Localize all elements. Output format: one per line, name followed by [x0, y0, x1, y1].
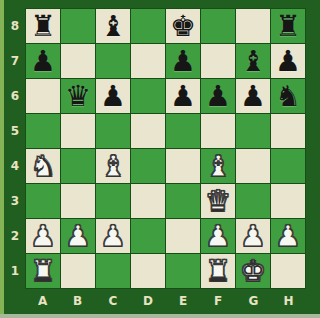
- square-b8[interactable]: [61, 9, 95, 43]
- square-e2[interactable]: [166, 219, 200, 253]
- square-c7[interactable]: [96, 44, 130, 78]
- square-f7[interactable]: [201, 44, 235, 78]
- square-g4[interactable]: [236, 149, 270, 183]
- square-e7[interactable]: ♟: [166, 44, 200, 78]
- square-e6[interactable]: ♟: [166, 79, 200, 113]
- square-b6[interactable]: ♛: [61, 79, 95, 113]
- piece-black-pawn[interactable]: ♟: [236, 79, 270, 113]
- square-d6[interactable]: [131, 79, 165, 113]
- square-a7[interactable]: ♟: [26, 44, 60, 78]
- rank-labels: 87654321: [0, 8, 25, 289]
- piece-white-pawn[interactable]: ♟: [96, 219, 130, 253]
- square-g2[interactable]: ♟: [236, 219, 270, 253]
- square-d5[interactable]: [131, 114, 165, 148]
- square-b3[interactable]: [61, 184, 95, 218]
- file-labels: ABCDEFGH: [25, 289, 306, 313]
- piece-white-pawn[interactable]: ♟: [271, 219, 305, 253]
- square-f1[interactable]: ♜: [201, 254, 235, 288]
- square-f8[interactable]: [201, 9, 235, 43]
- rank-label-7: 7: [0, 43, 25, 78]
- square-c3[interactable]: [96, 184, 130, 218]
- file-label-c: C: [95, 289, 130, 313]
- rank-label-4: 4: [0, 149, 25, 184]
- piece-black-pawn[interactable]: ♟: [166, 79, 200, 113]
- rank-label-8: 8: [0, 8, 25, 43]
- rank-label-5: 5: [0, 113, 25, 148]
- piece-black-queen[interactable]: ♛: [61, 79, 95, 113]
- square-h3[interactable]: [271, 184, 305, 218]
- square-d2[interactable]: [131, 219, 165, 253]
- square-c8[interactable]: ♝: [96, 9, 130, 43]
- square-h7[interactable]: ♟: [271, 44, 305, 78]
- square-g3[interactable]: [236, 184, 270, 218]
- file-label-b: B: [60, 289, 95, 313]
- square-c6[interactable]: ♟: [96, 79, 130, 113]
- file-label-f: F: [201, 289, 236, 313]
- square-g7[interactable]: ♝: [236, 44, 270, 78]
- square-d1[interactable]: [131, 254, 165, 288]
- square-e5[interactable]: [166, 114, 200, 148]
- square-h8[interactable]: ♜: [271, 9, 305, 43]
- square-d8[interactable]: [131, 9, 165, 43]
- square-h6[interactable]: ♞: [271, 79, 305, 113]
- square-a8[interactable]: ♜: [26, 9, 60, 43]
- piece-black-pawn[interactable]: ♟: [166, 44, 200, 78]
- square-h2[interactable]: ♟: [271, 219, 305, 253]
- square-a5[interactable]: [26, 114, 60, 148]
- piece-black-bishop[interactable]: ♝: [96, 9, 130, 43]
- square-g6[interactable]: ♟: [236, 79, 270, 113]
- square-h4[interactable]: [271, 149, 305, 183]
- square-b2[interactable]: ♟: [61, 219, 95, 253]
- square-d3[interactable]: [131, 184, 165, 218]
- piece-white-pawn[interactable]: ♟: [61, 219, 95, 253]
- piece-black-knight[interactable]: ♞: [271, 79, 305, 113]
- file-label-e: E: [166, 289, 201, 313]
- file-label-d: D: [130, 289, 165, 313]
- piece-black-pawn[interactable]: ♟: [96, 79, 130, 113]
- square-c1[interactable]: [96, 254, 130, 288]
- square-a3[interactable]: [26, 184, 60, 218]
- square-a2[interactable]: ♟: [26, 219, 60, 253]
- piece-black-pawn[interactable]: ♟: [271, 44, 305, 78]
- square-b1[interactable]: [61, 254, 95, 288]
- square-g5[interactable]: [236, 114, 270, 148]
- piece-black-pawn[interactable]: ♟: [26, 44, 60, 78]
- piece-white-queen[interactable]: ♛: [201, 184, 235, 218]
- square-e1[interactable]: [166, 254, 200, 288]
- piece-black-pawn[interactable]: ♟: [201, 79, 235, 113]
- square-d4[interactable]: [131, 149, 165, 183]
- square-f5[interactable]: [201, 114, 235, 148]
- square-g1[interactable]: ♚: [236, 254, 270, 288]
- board-frame: 87654321 ♜♝♚♜♟♟♝♟♛♟♟♟♟♞♞♝♝♛♟♟♟♟♟♟♜♜♚ ABC…: [0, 0, 320, 318]
- square-a6[interactable]: [26, 79, 60, 113]
- piece-black-rook[interactable]: ♜: [26, 9, 60, 43]
- square-f3[interactable]: ♛: [201, 184, 235, 218]
- square-d7[interactable]: [131, 44, 165, 78]
- piece-black-king[interactable]: ♚: [166, 9, 200, 43]
- square-h1[interactable]: [271, 254, 305, 288]
- square-g8[interactable]: [236, 9, 270, 43]
- piece-white-pawn[interactable]: ♟: [26, 219, 60, 253]
- square-c5[interactable]: [96, 114, 130, 148]
- square-h5[interactable]: [271, 114, 305, 148]
- piece-white-bishop[interactable]: ♝: [96, 149, 130, 183]
- piece-white-pawn[interactable]: ♟: [236, 219, 270, 253]
- piece-black-rook[interactable]: ♜: [271, 9, 305, 43]
- rank-label-6: 6: [0, 78, 25, 113]
- piece-black-bishop[interactable]: ♝: [236, 44, 270, 78]
- square-b4[interactable]: [61, 149, 95, 183]
- rank-label-1: 1: [0, 254, 25, 289]
- square-f4[interactable]: ♝: [201, 149, 235, 183]
- square-f2[interactable]: ♟: [201, 219, 235, 253]
- square-e8[interactable]: ♚: [166, 9, 200, 43]
- piece-white-pawn[interactable]: ♟: [201, 219, 235, 253]
- piece-white-knight[interactable]: ♞: [26, 149, 60, 183]
- square-b5[interactable]: [61, 114, 95, 148]
- square-f6[interactable]: ♟: [201, 79, 235, 113]
- square-e4[interactable]: [166, 149, 200, 183]
- piece-white-rook[interactable]: ♜: [201, 254, 235, 288]
- square-a1[interactable]: ♜: [26, 254, 60, 288]
- file-label-a: A: [25, 289, 60, 313]
- file-label-g: G: [236, 289, 271, 313]
- chess-board[interactable]: ♜♝♚♜♟♟♝♟♛♟♟♟♟♞♞♝♝♛♟♟♟♟♟♟♜♜♚: [25, 8, 306, 289]
- piece-white-bishop[interactable]: ♝: [201, 149, 235, 183]
- piece-white-rook[interactable]: ♜: [26, 254, 60, 288]
- rank-label-2: 2: [0, 219, 25, 254]
- piece-white-king[interactable]: ♚: [236, 254, 270, 288]
- square-a4[interactable]: ♞: [26, 149, 60, 183]
- square-e3[interactable]: [166, 184, 200, 218]
- square-c2[interactable]: ♟: [96, 219, 130, 253]
- square-c4[interactable]: ♝: [96, 149, 130, 183]
- bottom-edge-highlight: [0, 314, 320, 318]
- rank-label-3: 3: [0, 184, 25, 219]
- square-b7[interactable]: [61, 44, 95, 78]
- file-label-h: H: [271, 289, 306, 313]
